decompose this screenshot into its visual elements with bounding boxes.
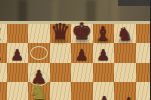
square-c5[interactable]: ♞	[28, 82, 50, 100]
black-pawn[interactable]: ♟	[0, 48, 2, 63]
square-d8[interactable]: ♛	[50, 24, 72, 43]
square-c8[interactable]	[28, 24, 50, 43]
square-e8[interactable]: ♚	[71, 24, 93, 43]
square-b6[interactable]	[7, 63, 29, 82]
square-d6[interactable]	[50, 63, 72, 82]
black-bishop[interactable]: ♝	[95, 24, 112, 43]
square-f8[interactable]: ♝	[93, 24, 115, 43]
square-e6[interactable]	[71, 63, 93, 82]
square-e7[interactable]: ♟	[71, 43, 93, 62]
square-d5[interactable]	[50, 82, 72, 100]
square-b8[interactable]	[7, 24, 29, 43]
black-king[interactable]: ♚	[71, 20, 92, 43]
background-shelf-edge	[118, 0, 150, 6]
black-queen[interactable]: ♛	[50, 21, 70, 43]
background-texture	[18, 0, 27, 23]
square-e5[interactable]	[71, 82, 93, 100]
chess-board[interactable]: ♜♛♚♝♞♟♟♟♟♟♞♝♟	[0, 24, 150, 100]
square-g5[interactable]: ♟	[114, 82, 136, 100]
square-g7[interactable]	[114, 43, 136, 62]
black-pawn[interactable]: ♟	[122, 96, 135, 100]
black-rook[interactable]: ♜	[0, 27, 3, 43]
black-pawn[interactable]: ♟	[11, 48, 24, 63]
black-bishop[interactable]: ♝	[96, 94, 112, 100]
square-h7[interactable]	[136, 43, 151, 62]
black-knight[interactable]: ♞	[117, 25, 133, 43]
square-g8[interactable]: ♞	[114, 24, 136, 43]
chess-3d-scene: ♜♛♚♝♞♟♟♟♟♟♞♝♟	[0, 0, 150, 100]
square-c6[interactable]: ♟	[28, 63, 50, 82]
black-pawn[interactable]: ♟	[97, 48, 110, 63]
square-b7[interactable]: ♟	[7, 43, 29, 62]
square-f7[interactable]: ♟	[93, 43, 115, 62]
black-pawn[interactable]: ♟	[75, 48, 88, 63]
square-h6[interactable]	[136, 63, 151, 82]
square-d7[interactable]	[50, 43, 72, 62]
square-f5[interactable]: ♝	[93, 82, 115, 100]
square-g6[interactable]	[114, 63, 136, 82]
white-knight[interactable]: ♞	[29, 82, 48, 100]
square-h8[interactable]	[136, 24, 151, 43]
square-c7[interactable]	[28, 43, 50, 62]
move-source-ring	[30, 46, 48, 60]
square-h5[interactable]	[136, 82, 151, 100]
square-f6[interactable]	[93, 63, 115, 82]
square-b5[interactable]	[7, 82, 29, 100]
